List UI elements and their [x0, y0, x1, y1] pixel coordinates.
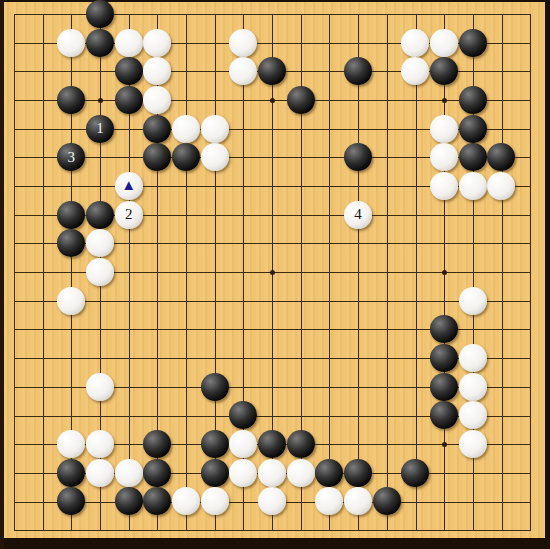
intersection[interactable] [200, 372, 229, 401]
intersection[interactable] [114, 28, 143, 57]
intersection[interactable] [372, 315, 401, 344]
intersection[interactable] [516, 143, 545, 172]
intersection[interactable] [57, 487, 86, 516]
intersection[interactable] [28, 229, 57, 258]
intersection[interactable] [401, 516, 430, 545]
intersection[interactable] [286, 143, 315, 172]
intersection[interactable] [286, 200, 315, 229]
intersection[interactable] [458, 372, 487, 401]
intersection[interactable] [172, 0, 201, 28]
intersection[interactable] [372, 344, 401, 373]
intersection[interactable] [315, 372, 344, 401]
intersection[interactable] [86, 258, 115, 287]
intersection[interactable] [487, 258, 516, 287]
intersection[interactable] [430, 344, 459, 373]
intersection[interactable] [458, 286, 487, 315]
intersection[interactable] [258, 372, 287, 401]
intersection[interactable] [487, 344, 516, 373]
intersection[interactable] [172, 258, 201, 287]
intersection[interactable] [114, 286, 143, 315]
intersection[interactable] [200, 28, 229, 57]
intersection[interactable] [28, 344, 57, 373]
intersection[interactable] [487, 458, 516, 487]
intersection[interactable] [516, 229, 545, 258]
intersection[interactable] [344, 57, 373, 86]
intersection[interactable] [372, 200, 401, 229]
intersection[interactable] [28, 315, 57, 344]
intersection[interactable] [200, 57, 229, 86]
intersection[interactable] [200, 0, 229, 28]
intersection[interactable] [372, 372, 401, 401]
intersection[interactable] [372, 0, 401, 28]
intersection[interactable] [229, 487, 258, 516]
intersection[interactable] [57, 200, 86, 229]
intersection[interactable] [86, 28, 115, 57]
intersection[interactable] [344, 258, 373, 287]
intersection[interactable] [430, 114, 459, 143]
intersection[interactable] [286, 286, 315, 315]
intersection[interactable] [401, 200, 430, 229]
intersection[interactable] [286, 258, 315, 287]
intersection[interactable] [458, 430, 487, 459]
intersection[interactable] [86, 200, 115, 229]
intersection[interactable] [430, 430, 459, 459]
intersection[interactable] [286, 516, 315, 545]
intersection[interactable] [28, 487, 57, 516]
intersection[interactable] [143, 172, 172, 201]
intersection[interactable] [0, 344, 28, 373]
intersection[interactable] [315, 86, 344, 115]
intersection[interactable] [143, 315, 172, 344]
intersection[interactable] [229, 344, 258, 373]
intersection[interactable] [458, 28, 487, 57]
intersection[interactable] [516, 401, 545, 430]
intersection[interactable] [372, 114, 401, 143]
intersection[interactable] [258, 516, 287, 545]
intersection[interactable] [86, 86, 115, 115]
intersection[interactable] [372, 487, 401, 516]
intersection[interactable] [28, 286, 57, 315]
intersection[interactable] [430, 57, 459, 86]
intersection[interactable] [0, 401, 28, 430]
intersection[interactable] [172, 401, 201, 430]
intersection[interactable] [401, 172, 430, 201]
intersection[interactable] [114, 344, 143, 373]
intersection[interactable] [172, 286, 201, 315]
intersection[interactable] [57, 516, 86, 545]
intersection[interactable] [516, 57, 545, 86]
intersection[interactable] [372, 143, 401, 172]
intersection[interactable] [286, 86, 315, 115]
intersection[interactable] [172, 516, 201, 545]
intersection[interactable] [458, 200, 487, 229]
intersection[interactable] [458, 401, 487, 430]
intersection[interactable] [286, 28, 315, 57]
intersection[interactable] [516, 258, 545, 287]
intersection[interactable] [487, 372, 516, 401]
intersection[interactable] [86, 344, 115, 373]
intersection[interactable] [86, 401, 115, 430]
intersection[interactable] [57, 286, 86, 315]
intersection[interactable] [258, 286, 287, 315]
intersection[interactable] [143, 114, 172, 143]
intersection[interactable] [258, 200, 287, 229]
intersection[interactable] [401, 229, 430, 258]
intersection[interactable] [172, 372, 201, 401]
intersection[interactable] [315, 200, 344, 229]
intersection[interactable] [487, 430, 516, 459]
intersection[interactable] [200, 286, 229, 315]
intersection[interactable] [516, 0, 545, 28]
intersection[interactable] [344, 172, 373, 201]
intersection[interactable] [516, 430, 545, 459]
intersection[interactable] [430, 229, 459, 258]
intersection[interactable] [344, 143, 373, 172]
intersection[interactable] [344, 401, 373, 430]
intersection[interactable] [200, 315, 229, 344]
intersection[interactable] [516, 114, 545, 143]
intersection[interactable] [344, 315, 373, 344]
intersection[interactable] [28, 172, 57, 201]
intersection[interactable] [372, 28, 401, 57]
intersection[interactable] [315, 286, 344, 315]
intersection[interactable] [401, 344, 430, 373]
intersection[interactable] [401, 57, 430, 86]
intersection[interactable] [229, 372, 258, 401]
intersection[interactable] [28, 458, 57, 487]
intersection[interactable] [430, 86, 459, 115]
intersection[interactable] [344, 86, 373, 115]
intersection[interactable] [458, 0, 487, 28]
intersection[interactable] [86, 286, 115, 315]
intersection[interactable] [286, 172, 315, 201]
intersection[interactable] [114, 372, 143, 401]
intersection[interactable] [0, 286, 28, 315]
intersection[interactable] [487, 143, 516, 172]
intersection[interactable] [516, 487, 545, 516]
intersection[interactable] [458, 487, 487, 516]
intersection[interactable] [258, 28, 287, 57]
intersection[interactable] [315, 458, 344, 487]
intersection[interactable] [315, 28, 344, 57]
intersection[interactable]: ▲ [114, 172, 143, 201]
intersection[interactable] [430, 143, 459, 172]
intersection[interactable] [516, 200, 545, 229]
intersection[interactable] [143, 57, 172, 86]
intersection[interactable]: 2 [114, 200, 143, 229]
intersection[interactable] [172, 229, 201, 258]
intersection[interactable] [430, 487, 459, 516]
intersection[interactable] [229, 258, 258, 287]
intersection[interactable] [315, 344, 344, 373]
intersection[interactable] [57, 0, 86, 28]
intersection[interactable] [114, 258, 143, 287]
intersection[interactable] [172, 200, 201, 229]
intersection[interactable] [57, 344, 86, 373]
intersection[interactable] [143, 229, 172, 258]
intersection[interactable] [315, 401, 344, 430]
intersection[interactable] [401, 315, 430, 344]
intersection[interactable] [401, 143, 430, 172]
intersection[interactable] [57, 28, 86, 57]
intersection[interactable] [487, 28, 516, 57]
intersection[interactable] [0, 0, 28, 28]
intersection[interactable] [286, 372, 315, 401]
intersection[interactable] [344, 28, 373, 57]
intersection[interactable] [344, 344, 373, 373]
intersection[interactable] [258, 143, 287, 172]
intersection[interactable] [258, 487, 287, 516]
intersection[interactable] [0, 258, 28, 287]
intersection[interactable] [28, 57, 57, 86]
intersection[interactable] [286, 487, 315, 516]
intersection[interactable] [229, 143, 258, 172]
intersection[interactable] [28, 28, 57, 57]
intersection[interactable] [430, 28, 459, 57]
intersection[interactable] [57, 114, 86, 143]
intersection[interactable] [143, 401, 172, 430]
intersection[interactable] [286, 229, 315, 258]
intersection[interactable] [0, 57, 28, 86]
intersection[interactable] [28, 200, 57, 229]
intersection[interactable] [315, 258, 344, 287]
intersection[interactable] [401, 372, 430, 401]
intersection[interactable] [458, 57, 487, 86]
intersection[interactable] [0, 315, 28, 344]
intersection[interactable] [458, 258, 487, 287]
intersection[interactable] [372, 458, 401, 487]
intersection[interactable] [487, 57, 516, 86]
intersection[interactable]: 3 [57, 143, 86, 172]
intersection[interactable] [200, 229, 229, 258]
intersection[interactable] [57, 57, 86, 86]
intersection[interactable] [28, 516, 57, 545]
intersection[interactable] [28, 114, 57, 143]
intersection[interactable] [458, 86, 487, 115]
intersection[interactable] [458, 516, 487, 545]
intersection[interactable] [315, 57, 344, 86]
intersection[interactable] [344, 516, 373, 545]
intersection[interactable] [487, 401, 516, 430]
intersection[interactable] [372, 229, 401, 258]
intersection[interactable] [143, 430, 172, 459]
intersection[interactable] [458, 344, 487, 373]
intersection[interactable] [200, 114, 229, 143]
intersection[interactable] [372, 430, 401, 459]
intersection[interactable] [401, 487, 430, 516]
intersection[interactable] [114, 229, 143, 258]
intersection[interactable] [229, 401, 258, 430]
intersection[interactable] [516, 86, 545, 115]
intersection[interactable] [172, 28, 201, 57]
intersection[interactable] [86, 430, 115, 459]
intersection[interactable] [200, 86, 229, 115]
intersection[interactable] [172, 430, 201, 459]
intersection[interactable] [229, 516, 258, 545]
intersection[interactable] [258, 86, 287, 115]
intersection[interactable] [229, 229, 258, 258]
intersection[interactable] [86, 458, 115, 487]
intersection[interactable] [143, 344, 172, 373]
intersection[interactable] [487, 172, 516, 201]
intersection[interactable] [401, 28, 430, 57]
intersection[interactable] [430, 315, 459, 344]
intersection[interactable] [344, 372, 373, 401]
intersection[interactable] [0, 28, 28, 57]
intersection[interactable] [372, 172, 401, 201]
intersection[interactable] [258, 229, 287, 258]
intersection[interactable] [143, 200, 172, 229]
intersection[interactable] [516, 172, 545, 201]
intersection[interactable] [200, 401, 229, 430]
intersection[interactable]: 4 [344, 200, 373, 229]
intersection[interactable] [28, 430, 57, 459]
intersection[interactable] [487, 286, 516, 315]
intersection[interactable] [401, 258, 430, 287]
intersection[interactable] [0, 430, 28, 459]
intersection[interactable] [86, 229, 115, 258]
intersection[interactable] [372, 86, 401, 115]
intersection[interactable] [143, 487, 172, 516]
intersection[interactable] [487, 229, 516, 258]
intersection[interactable] [516, 315, 545, 344]
intersection[interactable] [114, 458, 143, 487]
intersection[interactable] [172, 315, 201, 344]
intersection[interactable] [143, 372, 172, 401]
intersection[interactable] [401, 458, 430, 487]
intersection[interactable] [258, 401, 287, 430]
intersection[interactable] [229, 114, 258, 143]
intersection[interactable] [229, 200, 258, 229]
intersection[interactable] [229, 286, 258, 315]
intersection[interactable] [258, 57, 287, 86]
intersection[interactable] [286, 344, 315, 373]
intersection[interactable] [143, 28, 172, 57]
intersection[interactable] [430, 286, 459, 315]
intersection[interactable] [315, 229, 344, 258]
intersection[interactable] [258, 258, 287, 287]
intersection[interactable] [286, 401, 315, 430]
intersection[interactable] [487, 86, 516, 115]
intersection[interactable] [258, 458, 287, 487]
intersection[interactable] [458, 315, 487, 344]
intersection[interactable] [315, 487, 344, 516]
intersection[interactable] [516, 344, 545, 373]
intersection[interactable] [458, 229, 487, 258]
intersection[interactable] [57, 172, 86, 201]
intersection[interactable] [430, 172, 459, 201]
intersection[interactable] [57, 430, 86, 459]
intersection[interactable] [86, 372, 115, 401]
intersection[interactable] [143, 516, 172, 545]
intersection[interactable] [372, 401, 401, 430]
intersection[interactable] [430, 372, 459, 401]
intersection[interactable] [401, 401, 430, 430]
intersection[interactable] [0, 114, 28, 143]
intersection[interactable] [229, 430, 258, 459]
intersection[interactable] [229, 57, 258, 86]
intersection[interactable] [172, 172, 201, 201]
intersection[interactable] [487, 114, 516, 143]
intersection[interactable] [516, 372, 545, 401]
intersection[interactable] [200, 430, 229, 459]
intersection[interactable] [458, 143, 487, 172]
intersection[interactable] [258, 344, 287, 373]
intersection[interactable] [57, 458, 86, 487]
intersection[interactable] [315, 0, 344, 28]
intersection[interactable] [114, 315, 143, 344]
intersection[interactable] [200, 344, 229, 373]
intersection[interactable] [487, 315, 516, 344]
intersection[interactable] [516, 28, 545, 57]
intersection[interactable] [200, 516, 229, 545]
intersection[interactable] [315, 315, 344, 344]
intersection[interactable] [344, 114, 373, 143]
intersection[interactable] [114, 0, 143, 28]
intersection[interactable] [57, 229, 86, 258]
intersection[interactable] [315, 143, 344, 172]
intersection[interactable] [114, 401, 143, 430]
intersection[interactable] [0, 86, 28, 115]
intersection[interactable] [200, 143, 229, 172]
intersection[interactable] [372, 516, 401, 545]
intersection[interactable]: 1 [86, 114, 115, 143]
intersection[interactable] [372, 286, 401, 315]
intersection[interactable] [487, 200, 516, 229]
intersection[interactable] [229, 28, 258, 57]
intersection[interactable] [0, 143, 28, 172]
intersection[interactable] [315, 172, 344, 201]
intersection[interactable] [114, 143, 143, 172]
intersection[interactable] [487, 487, 516, 516]
intersection[interactable] [86, 487, 115, 516]
intersection[interactable] [172, 344, 201, 373]
intersection[interactable] [344, 286, 373, 315]
intersection[interactable] [286, 0, 315, 28]
intersection[interactable] [200, 458, 229, 487]
intersection[interactable] [430, 200, 459, 229]
intersection[interactable] [401, 430, 430, 459]
intersection[interactable] [286, 458, 315, 487]
intersection[interactable] [86, 315, 115, 344]
intersection[interactable] [114, 114, 143, 143]
intersection[interactable] [401, 0, 430, 28]
intersection[interactable] [0, 200, 28, 229]
intersection[interactable] [86, 57, 115, 86]
intersection[interactable] [143, 86, 172, 115]
intersection[interactable] [229, 458, 258, 487]
intersection[interactable] [372, 258, 401, 287]
intersection[interactable] [286, 315, 315, 344]
intersection[interactable] [487, 516, 516, 545]
intersection[interactable] [401, 286, 430, 315]
intersection[interactable] [114, 430, 143, 459]
intersection[interactable] [86, 143, 115, 172]
intersection[interactable] [143, 258, 172, 287]
intersection[interactable] [57, 401, 86, 430]
intersection[interactable] [0, 372, 28, 401]
intersection[interactable] [172, 458, 201, 487]
intersection[interactable] [229, 0, 258, 28]
intersection[interactable] [258, 430, 287, 459]
intersection[interactable] [516, 458, 545, 487]
intersection[interactable] [143, 286, 172, 315]
intersection[interactable] [114, 86, 143, 115]
intersection[interactable] [372, 57, 401, 86]
intersection[interactable] [57, 258, 86, 287]
intersection[interactable] [143, 143, 172, 172]
intersection[interactable] [143, 458, 172, 487]
